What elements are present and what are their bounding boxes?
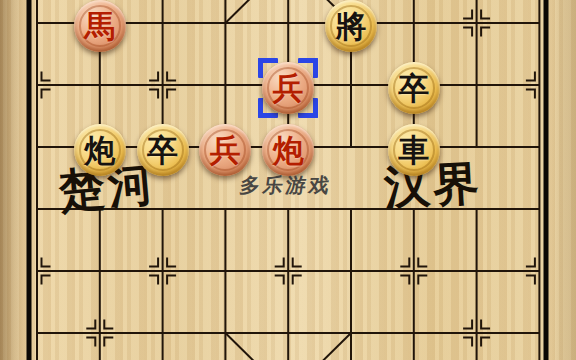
board-point[interactable]	[68, 178, 131, 240]
piece-character: 卒	[147, 135, 178, 166]
piece-black-general[interactable]: 將	[325, 0, 377, 52]
board-point[interactable]	[445, 302, 508, 360]
board-point[interactable]	[508, 240, 571, 302]
board-point[interactable]	[382, 240, 445, 302]
board-point[interactable]	[445, 178, 508, 240]
piece-character: 將	[335, 11, 366, 42]
piece-red-soldier[interactable]: 兵	[199, 124, 251, 176]
board-point[interactable]	[508, 54, 571, 116]
board-point[interactable]	[194, 302, 257, 360]
board-point[interactable]	[68, 302, 131, 360]
board-point[interactable]	[320, 240, 383, 302]
piece-character: 兵	[273, 73, 304, 104]
board-point[interactable]	[6, 178, 69, 240]
board-point[interactable]: 車	[382, 116, 445, 178]
board-point[interactable]	[131, 0, 194, 54]
board-point[interactable]	[194, 54, 257, 116]
piece-character: 炮	[84, 135, 115, 166]
board-point[interactable]: 炮	[68, 116, 131, 178]
board-point[interactable]	[131, 302, 194, 360]
board-point[interactable]	[68, 240, 131, 302]
xiangqi-board-screen: 楚河 汉界 馬將兵卒炮卒兵炮車 多乐游戏	[0, 0, 576, 360]
board-point[interactable]	[257, 240, 320, 302]
piece-character: 車	[398, 135, 429, 166]
board-point[interactable]	[131, 178, 194, 240]
board-point[interactable]	[257, 302, 320, 360]
board-point[interactable]: 兵	[194, 116, 257, 178]
board-point[interactable]	[320, 302, 383, 360]
board-point[interactable]	[382, 178, 445, 240]
board-point[interactable]	[508, 116, 571, 178]
piece-red-cannon[interactable]: 炮	[262, 124, 314, 176]
board-point[interactable]	[257, 0, 320, 54]
piece-character: 兵	[210, 135, 241, 166]
piece-character: 卒	[398, 73, 429, 104]
board-point[interactable]	[445, 116, 508, 178]
piece-red-horse[interactable]: 馬	[74, 0, 126, 52]
piece-character: 炮	[273, 135, 304, 166]
piece-character: 馬	[84, 11, 115, 42]
piece-black-soldier[interactable]: 卒	[137, 124, 189, 176]
board-point[interactable]	[131, 240, 194, 302]
board-point[interactable]	[508, 0, 571, 54]
board-point[interactable]	[194, 0, 257, 54]
board-point[interactable]	[6, 116, 69, 178]
board-point[interactable]: 將	[320, 0, 383, 54]
piece-black-cannon[interactable]: 炮	[74, 124, 126, 176]
board-point[interactable]: 卒	[382, 54, 445, 116]
board-point[interactable]: 馬	[68, 0, 131, 54]
board-point[interactable]	[445, 240, 508, 302]
watermark-text: 多乐游戏	[238, 172, 334, 199]
board-point[interactable]	[382, 302, 445, 360]
board-point[interactable]	[508, 178, 571, 240]
board-point[interactable]	[382, 0, 445, 54]
board-point[interactable]	[131, 54, 194, 116]
piece-black-chariot[interactable]: 車	[388, 124, 440, 176]
board-point[interactable]	[6, 0, 69, 54]
board-point[interactable]	[68, 54, 131, 116]
piece-red-soldier-selected[interactable]: 兵	[262, 62, 314, 114]
board-point[interactable]	[445, 54, 508, 116]
board-point[interactable]	[194, 240, 257, 302]
board-point[interactable]	[508, 302, 571, 360]
board-point[interactable]	[445, 0, 508, 54]
board-point[interactable]	[320, 116, 383, 178]
board-point[interactable]: 卒	[131, 116, 194, 178]
board-point[interactable]: 兵	[257, 54, 320, 116]
board-point[interactable]	[6, 54, 69, 116]
board-point[interactable]	[6, 302, 69, 360]
board-point[interactable]	[6, 240, 69, 302]
board-point[interactable]: 炮	[257, 116, 320, 178]
board-point[interactable]	[320, 54, 383, 116]
piece-black-soldier[interactable]: 卒	[388, 62, 440, 114]
